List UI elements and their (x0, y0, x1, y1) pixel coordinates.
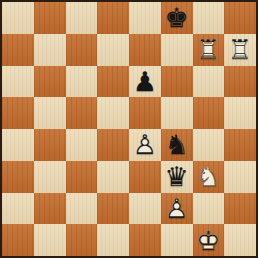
square-c2[interactable] (66, 193, 98, 225)
square-c5[interactable] (66, 97, 98, 129)
square-e4[interactable]: ♟♙ (129, 129, 161, 161)
square-e1[interactable] (129, 224, 161, 256)
square-d4[interactable] (97, 129, 129, 161)
square-g7[interactable]: ♜♖ (193, 34, 225, 66)
square-c7[interactable] (66, 34, 98, 66)
square-e2[interactable] (129, 193, 161, 225)
square-c6[interactable] (66, 66, 98, 98)
square-d3[interactable] (97, 161, 129, 193)
square-b1[interactable] (34, 224, 66, 256)
square-b7[interactable] (34, 34, 66, 66)
black-knight-icon[interactable]: ♞ (161, 129, 193, 161)
square-f8[interactable]: ♚ (161, 2, 193, 34)
black-pawn-icon[interactable]: ♟ (129, 66, 161, 98)
chess-board: ♚♜♖♜♖♟♟♙♞♛♞♘♟♙♚♔ (2, 2, 256, 256)
white-rook-icon[interactable]: ♜♖ (224, 34, 256, 66)
square-e6[interactable]: ♟ (129, 66, 161, 98)
square-f7[interactable] (161, 34, 193, 66)
square-b4[interactable] (34, 129, 66, 161)
square-h1[interactable] (224, 224, 256, 256)
square-g6[interactable] (193, 66, 225, 98)
square-d5[interactable] (97, 97, 129, 129)
square-c4[interactable] (66, 129, 98, 161)
square-a1[interactable] (2, 224, 34, 256)
square-e3[interactable] (129, 161, 161, 193)
white-piece-outline: ♖ (193, 34, 225, 66)
square-b8[interactable] (34, 2, 66, 34)
square-b6[interactable] (34, 66, 66, 98)
square-a2[interactable] (2, 193, 34, 225)
white-rook-icon[interactable]: ♜♖ (193, 34, 225, 66)
square-c1[interactable] (66, 224, 98, 256)
white-king-icon[interactable]: ♚♔ (193, 224, 225, 256)
square-a7[interactable] (2, 34, 34, 66)
square-g2[interactable] (193, 193, 225, 225)
square-h5[interactable] (224, 97, 256, 129)
white-knight-icon[interactable]: ♞♘ (193, 161, 225, 193)
white-piece-outline: ♙ (129, 129, 161, 161)
white-pawn-icon[interactable]: ♟♙ (161, 193, 193, 225)
square-h6[interactable] (224, 66, 256, 98)
square-b3[interactable] (34, 161, 66, 193)
square-b2[interactable] (34, 193, 66, 225)
square-h2[interactable] (224, 193, 256, 225)
square-f3[interactable]: ♛ (161, 161, 193, 193)
square-b5[interactable] (34, 97, 66, 129)
square-f4[interactable]: ♞ (161, 129, 193, 161)
white-piece-outline: ♔ (193, 224, 225, 256)
square-a3[interactable] (2, 161, 34, 193)
square-d6[interactable] (97, 66, 129, 98)
square-d7[interactable] (97, 34, 129, 66)
square-a6[interactable] (2, 66, 34, 98)
square-a5[interactable] (2, 97, 34, 129)
square-a8[interactable] (2, 2, 34, 34)
square-d2[interactable] (97, 193, 129, 225)
white-piece-outline: ♙ (161, 193, 193, 225)
square-e5[interactable] (129, 97, 161, 129)
square-g1[interactable]: ♚♔ (193, 224, 225, 256)
square-g3[interactable]: ♞♘ (193, 161, 225, 193)
square-a4[interactable] (2, 129, 34, 161)
square-h3[interactable] (224, 161, 256, 193)
square-f5[interactable] (161, 97, 193, 129)
square-h7[interactable]: ♜♖ (224, 34, 256, 66)
square-d8[interactable] (97, 2, 129, 34)
square-e8[interactable] (129, 2, 161, 34)
square-c8[interactable] (66, 2, 98, 34)
white-pawn-icon[interactable]: ♟♙ (129, 129, 161, 161)
white-piece-outline: ♘ (193, 161, 225, 193)
square-c3[interactable] (66, 161, 98, 193)
square-h8[interactable] (224, 2, 256, 34)
square-d1[interactable] (97, 224, 129, 256)
square-e7[interactable] (129, 34, 161, 66)
square-h4[interactable] (224, 129, 256, 161)
black-king-icon[interactable]: ♚ (161, 2, 193, 34)
square-f6[interactable] (161, 66, 193, 98)
square-f1[interactable] (161, 224, 193, 256)
white-piece-outline: ♖ (224, 34, 256, 66)
square-g8[interactable] (193, 2, 225, 34)
square-f2[interactable]: ♟♙ (161, 193, 193, 225)
black-queen-icon[interactable]: ♛ (161, 161, 193, 193)
square-g4[interactable] (193, 129, 225, 161)
chess-board-frame: ♚♜♖♜♖♟♟♙♞♛♞♘♟♙♚♔ (0, 0, 258, 258)
square-g5[interactable] (193, 97, 225, 129)
